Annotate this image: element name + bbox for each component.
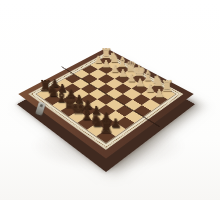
- black-rook-piece: ♜: [91, 119, 121, 136]
- white-pawn-piece: ♟: [146, 88, 173, 99]
- product-photo: ♜♟♟♜♞♟♟♞♝♟♟♝♛♟♟♛♚♟♟♚♝♟♟♝♞♟♟♞♜♟♟♜: [0, 0, 220, 200]
- scene: ♜♟♟♜♞♟♟♞♝♟♟♝♛♟♟♛♚♟♟♚♝♟♟♝♞♟♟♞♜♟♟♜: [14, 2, 198, 186]
